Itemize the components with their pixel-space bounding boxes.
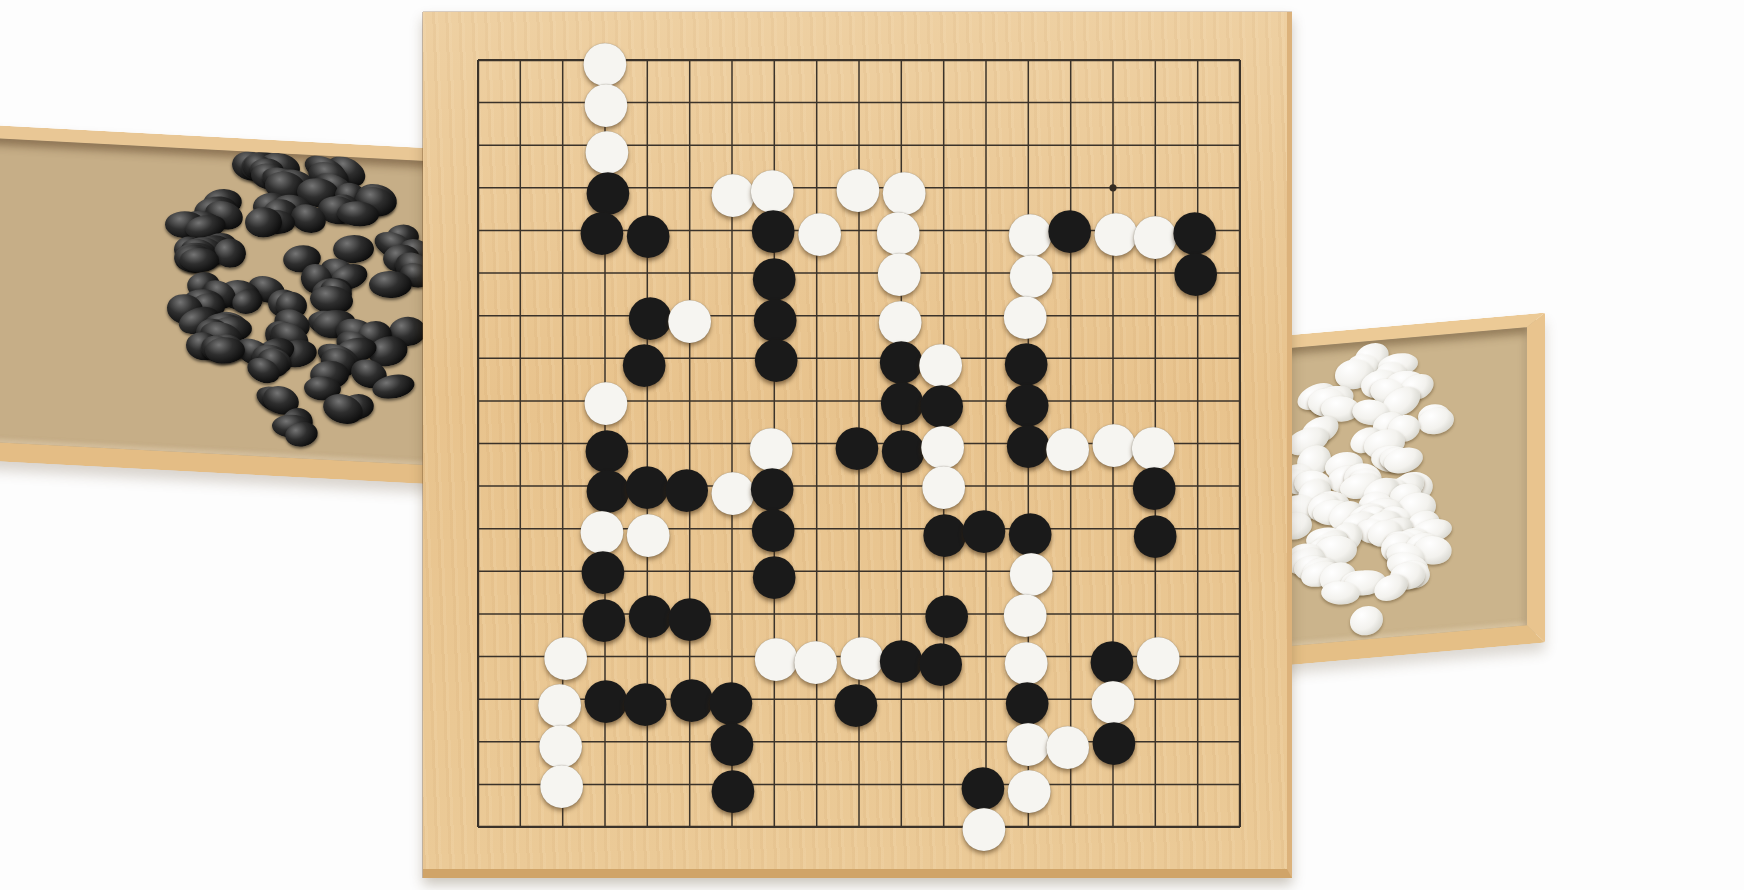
black-stone: ● [835, 680, 877, 722]
go-set-product-photo: ●●●●●●●●●●●●●●●●●●●●●●●●●●●●●●●●●●●●●●●●… [0, 0, 1744, 890]
tray-stone-white [1350, 605, 1383, 638]
black-stone: ● [836, 423, 878, 465]
black-stone: ● [1175, 249, 1217, 291]
white-stone: ● [799, 209, 841, 251]
black-stone: ● [624, 679, 666, 721]
black-stone: ● [963, 506, 1005, 548]
go-board: ●●●●●●●●●●●●●●●●●●●●●●●●●●●●●●●●●●●●●●●●… [423, 12, 1292, 878]
tray-stone-black [179, 248, 219, 272]
white-stone: ● [541, 761, 583, 803]
black-stone: ● [1134, 511, 1176, 553]
tray-stone-black [368, 270, 413, 299]
black-stone-heap [0, 137, 440, 466]
black-stone-tray [0, 124, 440, 485]
black-stone: ● [627, 211, 669, 253]
white-stone: ● [1008, 766, 1050, 808]
black-stone: ● [920, 639, 962, 681]
white-stone: ● [795, 637, 837, 679]
white-stone: ● [627, 510, 669, 552]
black-stone: ● [581, 208, 623, 250]
star-point [1109, 184, 1116, 191]
white-stone: ● [1137, 633, 1179, 675]
black-stone: ● [755, 335, 797, 377]
black-stone: ● [1093, 718, 1135, 760]
black-stone: ● [669, 594, 711, 636]
white-stone: ● [669, 296, 711, 338]
black-stone: ● [753, 552, 795, 594]
white-stone: ● [963, 804, 1005, 846]
white-stone: ● [1047, 424, 1089, 466]
black-stone: ● [712, 766, 754, 808]
